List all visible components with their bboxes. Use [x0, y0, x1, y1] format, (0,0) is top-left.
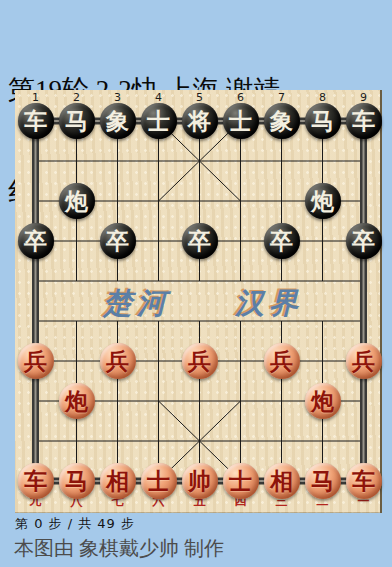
- board-point-2-3[interactable]: [97, 141, 138, 181]
- board-point-9-8[interactable]: [302, 421, 343, 461]
- board-point-10-9[interactable]: 车: [343, 461, 384, 501]
- board-point-7-2[interactable]: [56, 341, 97, 381]
- board-point-10-3[interactable]: 相: [97, 461, 138, 501]
- board-point-1-8[interactable]: 马: [302, 101, 343, 141]
- piece-red-cannon[interactable]: 炮: [59, 383, 95, 419]
- board-point-8-7[interactable]: [261, 381, 302, 421]
- board-point-6-8[interactable]: [302, 301, 343, 341]
- piece-black-cannon[interactable]: 炮: [305, 183, 341, 219]
- board-point-7-1[interactable]: 兵: [15, 341, 56, 381]
- board-point-3-8[interactable]: 炮: [302, 181, 343, 221]
- board-point-9-1[interactable]: [15, 421, 56, 461]
- board-point-10-8[interactable]: 马: [302, 461, 343, 501]
- piece-red-general[interactable]: 帅: [182, 463, 218, 499]
- piece-red-horse[interactable]: 马: [305, 463, 341, 499]
- board-point-7-8[interactable]: [302, 341, 343, 381]
- board-point-7-7[interactable]: 兵: [261, 341, 302, 381]
- board-point-7-5[interactable]: 兵: [179, 341, 220, 381]
- board-point-6-2[interactable]: [56, 301, 97, 341]
- board-point-5-9[interactable]: [343, 261, 384, 301]
- board-point-5-1[interactable]: [15, 261, 56, 301]
- piece-red-soldier[interactable]: 兵: [100, 343, 136, 379]
- board-point-3-4[interactable]: [138, 181, 179, 221]
- board-point-1-6[interactable]: 士: [220, 101, 261, 141]
- board-point-10-7[interactable]: 相: [261, 461, 302, 501]
- board-point-5-6[interactable]: [220, 261, 261, 301]
- board-point-1-4[interactable]: 士: [138, 101, 179, 141]
- piece-red-elephant[interactable]: 相: [100, 463, 136, 499]
- piece-black-cannon[interactable]: 炮: [59, 183, 95, 219]
- board-point-3-6[interactable]: [220, 181, 261, 221]
- board-point-3-1[interactable]: [15, 181, 56, 221]
- board-point-5-8[interactable]: [302, 261, 343, 301]
- board-point-1-2[interactable]: 马: [56, 101, 97, 141]
- piece-red-soldier[interactable]: 兵: [346, 343, 382, 379]
- piece-red-chariot[interactable]: 车: [18, 463, 54, 499]
- board-point-7-6[interactable]: [220, 341, 261, 381]
- board-point-9-9[interactable]: [343, 421, 384, 461]
- board-point-4-7[interactable]: 卒: [261, 221, 302, 261]
- board-point-5-3[interactable]: [97, 261, 138, 301]
- piece-black-advisor[interactable]: 士: [223, 103, 259, 139]
- board-point-1-3[interactable]: 象: [97, 101, 138, 141]
- board-point-3-5[interactable]: [179, 181, 220, 221]
- board-point-2-2[interactable]: [56, 141, 97, 181]
- board-point-10-1[interactable]: 车: [15, 461, 56, 501]
- board-point-1-5[interactable]: 将: [179, 101, 220, 141]
- board-point-4-8[interactable]: [302, 221, 343, 261]
- board-point-2-4[interactable]: [138, 141, 179, 181]
- piece-red-horse[interactable]: 马: [59, 463, 95, 499]
- board-point-9-7[interactable]: [261, 421, 302, 461]
- piece-black-chariot[interactable]: 车: [18, 103, 54, 139]
- board-point-3-7[interactable]: [261, 181, 302, 221]
- board-point-6-7[interactable]: [261, 301, 302, 341]
- board-point-10-2[interactable]: 马: [56, 461, 97, 501]
- board-point-8-2[interactable]: 炮: [56, 381, 97, 421]
- board-point-2-9[interactable]: [343, 141, 384, 181]
- piece-black-general[interactable]: 将: [182, 103, 218, 139]
- piece-black-chariot[interactable]: 车: [346, 103, 382, 139]
- piece-red-chariot[interactable]: 车: [346, 463, 382, 499]
- board-point-2-5[interactable]: [179, 141, 220, 181]
- board-point-3-9[interactable]: [343, 181, 384, 221]
- board-point-5-7[interactable]: [261, 261, 302, 301]
- board-point-9-4[interactable]: [138, 421, 179, 461]
- board-point-7-9[interactable]: 兵: [343, 341, 384, 381]
- board-grid: 车马象士将士象马车炮炮卒卒卒卒卒兵兵兵兵兵炮炮车马相士帅士相马车: [15, 101, 384, 501]
- piece-black-soldier[interactable]: 卒: [346, 223, 382, 259]
- xiangqi-board: 123456789 九八七六五四三二一 楚河 汉界 车马象士将士象马车炮炮卒卒卒…: [15, 90, 382, 513]
- board-point-4-9[interactable]: 卒: [343, 221, 384, 261]
- board-point-2-8[interactable]: [302, 141, 343, 181]
- board-point-5-2[interactable]: [56, 261, 97, 301]
- board-point-1-9[interactable]: 车: [343, 101, 384, 141]
- piece-red-elephant[interactable]: 相: [264, 463, 300, 499]
- board-point-5-4[interactable]: [138, 261, 179, 301]
- credit-text: 本图由 象棋戴少帅 制作: [14, 535, 224, 562]
- piece-black-soldier[interactable]: 卒: [100, 223, 136, 259]
- board-point-6-3[interactable]: [97, 301, 138, 341]
- board-point-9-2[interactable]: [56, 421, 97, 461]
- board-point-1-1[interactable]: 车: [15, 101, 56, 141]
- piece-black-elephant[interactable]: 象: [264, 103, 300, 139]
- board-point-2-7[interactable]: [261, 141, 302, 181]
- board-point-9-3[interactable]: [97, 421, 138, 461]
- board-point-7-3[interactable]: 兵: [97, 341, 138, 381]
- board-point-8-6[interactable]: [220, 381, 261, 421]
- board-point-4-6[interactable]: [220, 221, 261, 261]
- board-point-7-4[interactable]: [138, 341, 179, 381]
- board-point-10-6[interactable]: 士: [220, 461, 261, 501]
- piece-black-soldier[interactable]: 卒: [264, 223, 300, 259]
- board-point-3-2[interactable]: 炮: [56, 181, 97, 221]
- board-point-8-5[interactable]: [179, 381, 220, 421]
- board-point-2-6[interactable]: [220, 141, 261, 181]
- piece-red-soldier[interactable]: 兵: [264, 343, 300, 379]
- board-point-8-1[interactable]: [15, 381, 56, 421]
- board-point-4-2[interactable]: [56, 221, 97, 261]
- piece-black-elephant[interactable]: 象: [100, 103, 136, 139]
- piece-red-soldier[interactable]: 兵: [18, 343, 54, 379]
- piece-black-horse[interactable]: 马: [305, 103, 341, 139]
- board-point-9-6[interactable]: [220, 421, 261, 461]
- piece-black-horse[interactable]: 马: [59, 103, 95, 139]
- piece-black-soldier[interactable]: 卒: [182, 223, 218, 259]
- piece-black-advisor[interactable]: 士: [141, 103, 177, 139]
- piece-red-advisor[interactable]: 士: [223, 463, 259, 499]
- board-point-4-4[interactable]: [138, 221, 179, 261]
- board-point-6-1[interactable]: [15, 301, 56, 341]
- board-point-2-1[interactable]: [15, 141, 56, 181]
- piece-red-cannon[interactable]: 炮: [305, 383, 341, 419]
- board-point-8-9[interactable]: [343, 381, 384, 421]
- piece-black-soldier[interactable]: 卒: [18, 223, 54, 259]
- move-counter: 第 0 步 / 共 49 步: [15, 515, 135, 533]
- board-point-4-1[interactable]: 卒: [15, 221, 56, 261]
- board-point-6-5[interactable]: [179, 301, 220, 341]
- board-point-1-7[interactable]: 象: [261, 101, 302, 141]
- board-point-6-9[interactable]: [343, 301, 384, 341]
- board-point-3-3[interactable]: [97, 181, 138, 221]
- board-point-8-4[interactable]: [138, 381, 179, 421]
- board-point-4-5[interactable]: 卒: [179, 221, 220, 261]
- board-point-10-4[interactable]: 士: [138, 461, 179, 501]
- board-point-4-3[interactable]: 卒: [97, 221, 138, 261]
- board-point-8-3[interactable]: [97, 381, 138, 421]
- board-point-8-8[interactable]: 炮: [302, 381, 343, 421]
- board-point-9-5[interactable]: [179, 421, 220, 461]
- board-point-6-4[interactable]: [138, 301, 179, 341]
- board-point-10-5[interactable]: 帅: [179, 461, 220, 501]
- piece-red-advisor[interactable]: 士: [141, 463, 177, 499]
- piece-red-soldier[interactable]: 兵: [182, 343, 218, 379]
- board-point-6-6[interactable]: [220, 301, 261, 341]
- board-point-5-5[interactable]: [179, 261, 220, 301]
